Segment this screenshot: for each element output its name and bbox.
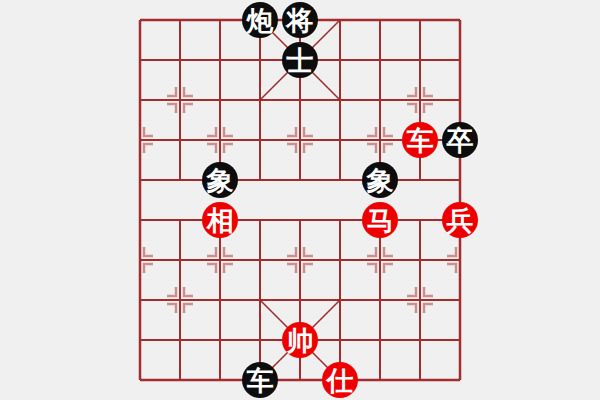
- red-elephant[interactable]: 相: [202, 202, 238, 238]
- red-advisor[interactable]: 仕: [322, 362, 358, 398]
- red-chariot[interactable]: 车: [402, 122, 438, 158]
- black-advisor[interactable]: 士: [282, 42, 318, 78]
- red-horse[interactable]: 马: [362, 202, 398, 238]
- xiangqi-board-screenshot: 炮将士车卒象象相马兵帅车仕: [0, 0, 600, 400]
- red-soldier[interactable]: 兵: [442, 202, 478, 238]
- black-elephant[interactable]: 象: [202, 162, 238, 198]
- black-elephant[interactable]: 象: [362, 162, 398, 198]
- xiangqi-board: 炮将士车卒象象相马兵帅车仕: [120, 0, 480, 400]
- black-chariot[interactable]: 车: [242, 362, 278, 398]
- black-soldier[interactable]: 卒: [442, 122, 478, 158]
- black-cannon[interactable]: 炮: [242, 2, 278, 38]
- black-general[interactable]: 将: [282, 2, 318, 38]
- red-general[interactable]: 帅: [282, 322, 318, 358]
